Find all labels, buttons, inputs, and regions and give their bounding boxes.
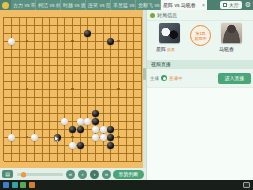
board-point-q14[interactable] xyxy=(122,117,130,125)
board-point-a16[interactable] xyxy=(0,133,8,141)
board-point-f16[interactable] xyxy=(38,133,46,141)
board-point-d16[interactable] xyxy=(23,133,31,141)
board-point-k15[interactable] xyxy=(76,125,84,133)
board-point-c1[interactable] xyxy=(15,13,23,21)
board-point-e15[interactable] xyxy=(31,125,39,133)
board-point-r8[interactable] xyxy=(130,69,138,77)
board-point-j4[interactable] xyxy=(69,37,77,45)
board-point-g10[interactable] xyxy=(46,85,54,93)
board-point-k5[interactable] xyxy=(76,45,84,53)
board-point-g14[interactable] xyxy=(46,117,54,125)
board-point-f11[interactable] xyxy=(38,93,46,101)
board-point-f7[interactable] xyxy=(38,61,46,69)
board-point-j6[interactable] xyxy=(69,53,77,61)
tab-close-icon[interactable]: × xyxy=(131,0,134,10)
board-point-b15[interactable] xyxy=(8,125,16,133)
board-point-l8[interactable] xyxy=(84,69,92,77)
board-point-o8[interactable] xyxy=(107,69,115,77)
board-point-b5[interactable] xyxy=(8,45,16,53)
board-point-p14[interactable] xyxy=(115,117,123,125)
board-point-l18[interactable] xyxy=(84,149,92,157)
board-point-b13[interactable] xyxy=(8,109,16,117)
board-point-q1[interactable] xyxy=(122,13,130,21)
board-point-r19[interactable] xyxy=(130,157,138,165)
board-point-i12[interactable] xyxy=(61,101,69,109)
board-point-i1[interactable] xyxy=(61,13,69,21)
board-point-r12[interactable] xyxy=(130,101,138,109)
board-point-h12[interactable] xyxy=(53,101,61,109)
board-point-j13[interactable] xyxy=(69,109,77,117)
board-point-k7[interactable] xyxy=(76,61,84,69)
board-point-l17[interactable] xyxy=(84,141,92,149)
board-point-f5[interactable] xyxy=(38,45,46,53)
board-point-q5[interactable] xyxy=(122,45,130,53)
board-point-e19[interactable] xyxy=(31,157,39,165)
tab-close-icon[interactable]: × xyxy=(31,0,34,10)
board-point-k3[interactable] xyxy=(76,29,84,37)
board-point-n7[interactable] xyxy=(99,61,107,69)
board-point-l4[interactable] xyxy=(84,37,92,45)
board-point-b9[interactable] xyxy=(8,77,16,85)
next-move-button[interactable]: › xyxy=(90,170,99,179)
board-point-k16[interactable] xyxy=(76,133,84,141)
board-point-c6[interactable] xyxy=(15,53,23,61)
board-point-b19[interactable] xyxy=(8,157,16,165)
board-point-m19[interactable] xyxy=(92,157,100,165)
game-tab-5[interactable]: 党毅飞 vs 杨鼎新× xyxy=(136,0,161,10)
board-point-i11[interactable] xyxy=(61,93,69,101)
board-point-i9[interactable] xyxy=(61,77,69,85)
board-point-i4[interactable] xyxy=(61,37,69,45)
board-point-k4[interactable] xyxy=(76,37,84,45)
board-point-a15[interactable] xyxy=(0,125,8,133)
board-point-l14[interactable] xyxy=(84,117,92,125)
board-point-h4[interactable] xyxy=(53,37,61,45)
board-point-i16[interactable] xyxy=(61,133,69,141)
white-player-avatar[interactable] xyxy=(221,23,242,43)
board-point-e12[interactable] xyxy=(31,101,39,109)
board-point-m4[interactable] xyxy=(92,37,100,45)
board-point-d2[interactable] xyxy=(23,21,31,29)
board-point-k19[interactable] xyxy=(76,157,84,165)
board-point-g13[interactable] xyxy=(46,109,54,117)
black-player-avatar[interactable] xyxy=(159,23,180,43)
board-point-a9[interactable] xyxy=(0,77,8,85)
board-point-a14[interactable] xyxy=(0,117,8,125)
board-point-p8[interactable] xyxy=(115,69,123,77)
board-point-m6[interactable] xyxy=(92,53,100,61)
board-point-h14[interactable] xyxy=(53,117,61,125)
board-point-q19[interactable] xyxy=(122,157,130,165)
board-point-c5[interactable] xyxy=(15,45,23,53)
board-point-d13[interactable] xyxy=(23,109,31,117)
board-point-h3[interactable] xyxy=(53,29,61,37)
board-point-d17[interactable] xyxy=(23,141,31,149)
board-point-q15[interactable] xyxy=(122,125,130,133)
board-point-k9[interactable] xyxy=(76,77,84,85)
board-point-q16[interactable] xyxy=(122,133,130,141)
game-tab-2[interactable]: 时越 vs 唐韦星× xyxy=(61,0,86,10)
board-point-a10[interactable] xyxy=(0,85,8,93)
board-point-j9[interactable] xyxy=(69,77,77,85)
board-point-p15[interactable] xyxy=(115,125,123,133)
board-point-l6[interactable] xyxy=(84,53,92,61)
board-point-o13[interactable] xyxy=(107,109,115,117)
board-point-c3[interactable] xyxy=(15,29,23,37)
board-point-h1[interactable] xyxy=(53,13,61,21)
board-point-r5[interactable] xyxy=(130,45,138,53)
board-point-b14[interactable] xyxy=(8,117,16,125)
board-point-f17[interactable] xyxy=(38,141,46,149)
board-point-d6[interactable] xyxy=(23,53,31,61)
board-point-r3[interactable] xyxy=(130,29,138,37)
board-point-i14[interactable] xyxy=(61,117,69,125)
previous-move-button[interactable]: ‹ xyxy=(78,170,87,179)
board-point-o17[interactable] xyxy=(107,141,115,149)
board-point-r10[interactable] xyxy=(130,85,138,93)
board-point-g1[interactable] xyxy=(46,13,54,21)
board-point-h16[interactable] xyxy=(53,133,61,141)
game-record-button[interactable]: ▤ xyxy=(2,170,13,178)
board-point-q4[interactable] xyxy=(122,37,130,45)
board-point-c12[interactable] xyxy=(15,101,23,109)
board-point-c11[interactable] xyxy=(15,93,23,101)
board-point-q18[interactable] xyxy=(122,149,130,157)
board-point-j18[interactable] xyxy=(69,149,77,157)
board-point-m16[interactable] xyxy=(92,133,100,141)
board-point-r4[interactable] xyxy=(130,37,138,45)
board-point-m18[interactable] xyxy=(92,149,100,157)
board-point-c18[interactable] xyxy=(15,149,23,157)
board-point-d11[interactable] xyxy=(23,93,31,101)
board-point-l10[interactable] xyxy=(84,85,92,93)
board-point-f18[interactable] xyxy=(38,149,46,157)
board-point-g12[interactable] xyxy=(46,101,54,109)
board-point-c8[interactable] xyxy=(15,69,23,77)
tab-close-icon[interactable]: × xyxy=(106,0,109,10)
board-point-d7[interactable] xyxy=(23,61,31,69)
board-point-l2[interactable] xyxy=(84,21,92,29)
board-point-r2[interactable] xyxy=(130,21,138,29)
board-point-m12[interactable] xyxy=(92,101,100,109)
board-point-i5[interactable] xyxy=(61,45,69,53)
taskbar-app-orange-icon[interactable] xyxy=(29,182,35,188)
board-point-h13[interactable] xyxy=(53,109,61,117)
board-point-p13[interactable] xyxy=(115,109,123,117)
board-point-g16[interactable] xyxy=(46,133,54,141)
game-tab-4[interactable]: 芈昱廷 vs 周睿羊× xyxy=(111,0,136,10)
board-point-h19[interactable] xyxy=(53,157,61,165)
analysis-button[interactable]: 形势判断 xyxy=(113,170,144,179)
board-point-g4[interactable] xyxy=(46,37,54,45)
board-point-m8[interactable] xyxy=(92,69,100,77)
board-point-i2[interactable] xyxy=(61,21,69,29)
board-point-q17[interactable] xyxy=(122,141,130,149)
board-point-l3[interactable] xyxy=(84,29,92,37)
board-point-j19[interactable] xyxy=(69,157,77,165)
board-point-n14[interactable] xyxy=(99,117,107,125)
board-point-k11[interactable] xyxy=(76,93,84,101)
board-point-m7[interactable] xyxy=(92,61,100,69)
board-point-d4[interactable] xyxy=(23,37,31,45)
board-point-h2[interactable] xyxy=(53,21,61,29)
move-slider[interactable] xyxy=(17,173,63,176)
board-point-b17[interactable] xyxy=(8,141,16,149)
board-point-g15[interactable] xyxy=(46,125,54,133)
board-point-n4[interactable] xyxy=(99,37,107,45)
board-point-o2[interactable] xyxy=(107,21,115,29)
board-point-m10[interactable] xyxy=(92,85,100,93)
board-point-p18[interactable] xyxy=(115,149,123,157)
board-point-n8[interactable] xyxy=(99,69,107,77)
board-point-g19[interactable] xyxy=(46,157,54,165)
board-point-h6[interactable] xyxy=(53,53,61,61)
board-point-o11[interactable] xyxy=(107,93,115,101)
board-point-n10[interactable] xyxy=(99,85,107,93)
board-point-r14[interactable] xyxy=(130,117,138,125)
board-point-b10[interactable] xyxy=(8,85,16,93)
board-point-f10[interactable] xyxy=(38,85,46,93)
board-point-n2[interactable] xyxy=(99,21,107,29)
board-point-f12[interactable] xyxy=(38,101,46,109)
board-point-o4[interactable] xyxy=(107,37,115,45)
board-point-e6[interactable] xyxy=(31,53,39,61)
board-point-q11[interactable] xyxy=(122,93,130,101)
board-point-a8[interactable] xyxy=(0,69,8,77)
board-point-o19[interactable] xyxy=(107,157,115,165)
settings-gear-icon[interactable]: ⚙ xyxy=(245,1,251,9)
board-point-r11[interactable] xyxy=(130,93,138,101)
board-point-b8[interactable] xyxy=(8,69,16,77)
board-point-h8[interactable] xyxy=(53,69,61,77)
board-point-k14[interactable] xyxy=(76,117,84,125)
board-point-j7[interactable] xyxy=(69,61,77,69)
board-point-g5[interactable] xyxy=(46,45,54,53)
board-point-p16[interactable] xyxy=(115,133,123,141)
board-point-h10[interactable] xyxy=(53,85,61,93)
board-point-m14[interactable] xyxy=(92,117,100,125)
board-point-n17[interactable] xyxy=(99,141,107,149)
board-point-b18[interactable] xyxy=(8,149,16,157)
board-point-n6[interactable] xyxy=(99,53,107,61)
board-point-f14[interactable] xyxy=(38,117,46,125)
fast-forward-button[interactable]: » xyxy=(102,170,111,179)
board-point-c10[interactable] xyxy=(15,85,23,93)
board-point-h11[interactable] xyxy=(53,93,61,101)
board-point-d12[interactable] xyxy=(23,101,31,109)
board-point-o5[interactable] xyxy=(107,45,115,53)
enter-broadcast-button[interactable]: 进入直播 xyxy=(218,73,251,84)
move-slider-knob[interactable] xyxy=(21,172,27,178)
taskbar-app-teal-icon[interactable] xyxy=(12,182,18,188)
board-point-e5[interactable] xyxy=(31,45,39,53)
board-point-e8[interactable] xyxy=(31,69,39,77)
board-point-r13[interactable] xyxy=(130,109,138,117)
board-point-n13[interactable] xyxy=(99,109,107,117)
board-point-r7[interactable] xyxy=(130,61,138,69)
board-point-j14[interactable] xyxy=(69,117,77,125)
board-point-b3[interactable] xyxy=(8,29,16,37)
board-point-c13[interactable] xyxy=(15,109,23,117)
board-point-p19[interactable] xyxy=(115,157,123,165)
board-point-j11[interactable] xyxy=(69,93,77,101)
board-point-b1[interactable] xyxy=(8,13,16,21)
tab-close-icon[interactable]: × xyxy=(56,0,59,10)
board-point-k10[interactable] xyxy=(76,85,84,93)
board-point-r1[interactable] xyxy=(130,13,138,21)
board-point-n11[interactable] xyxy=(99,93,107,101)
board-point-f3[interactable] xyxy=(38,29,46,37)
board-point-d14[interactable] xyxy=(23,117,31,125)
board-point-i3[interactable] xyxy=(61,29,69,37)
board-point-c17[interactable] xyxy=(15,141,23,149)
game-tab-6[interactable]: 星阵 vs 马晓春× xyxy=(161,0,207,10)
board-point-e4[interactable] xyxy=(31,37,39,45)
board-point-b12[interactable] xyxy=(8,101,16,109)
board-point-d3[interactable] xyxy=(23,29,31,37)
board-point-p6[interactable] xyxy=(115,53,123,61)
board-point-k17[interactable] xyxy=(76,141,84,149)
board-point-j16[interactable] xyxy=(69,133,77,141)
board-point-e3[interactable] xyxy=(31,29,39,37)
board-point-j5[interactable] xyxy=(69,45,77,53)
game-tab-3[interactable]: 连笑 vs 范廷钰× xyxy=(86,0,111,10)
board-point-h9[interactable] xyxy=(53,77,61,85)
board-point-e10[interactable] xyxy=(31,85,39,93)
board-point-f9[interactable] xyxy=(38,77,46,85)
board-point-j10[interactable] xyxy=(69,85,77,93)
board-point-k13[interactable] xyxy=(76,109,84,117)
board-point-c4[interactable] xyxy=(15,37,23,45)
board-point-n5[interactable] xyxy=(99,45,107,53)
board-point-d5[interactable] xyxy=(23,45,31,53)
board-point-l16[interactable] xyxy=(84,133,92,141)
board-point-i8[interactable] xyxy=(61,69,69,77)
board-point-l5[interactable] xyxy=(84,45,92,53)
board-point-f19[interactable] xyxy=(38,157,46,165)
board-point-o1[interactable] xyxy=(107,13,115,21)
board-point-r15[interactable] xyxy=(130,125,138,133)
board-point-e11[interactable] xyxy=(31,93,39,101)
board-point-a18[interactable] xyxy=(0,149,8,157)
board-point-n18[interactable] xyxy=(99,149,107,157)
board-point-k8[interactable] xyxy=(76,69,84,77)
board-point-e13[interactable] xyxy=(31,109,39,117)
board-point-e18[interactable] xyxy=(31,149,39,157)
board-point-o7[interactable] xyxy=(107,61,115,69)
board-point-f2[interactable] xyxy=(38,21,46,29)
board-point-b4[interactable] xyxy=(8,37,16,45)
board-point-a6[interactable] xyxy=(0,53,8,61)
board-point-l13[interactable] xyxy=(84,109,92,117)
board-point-i6[interactable] xyxy=(61,53,69,61)
board-point-e16[interactable] xyxy=(31,133,39,141)
board-point-j15[interactable] xyxy=(69,125,77,133)
board-point-o15[interactable] xyxy=(107,125,115,133)
board-point-i17[interactable] xyxy=(61,141,69,149)
board-point-a5[interactable] xyxy=(0,45,8,53)
board-point-e7[interactable] xyxy=(31,61,39,69)
board-point-d10[interactable] xyxy=(23,85,31,93)
board-point-p17[interactable] xyxy=(115,141,123,149)
board-point-a2[interactable] xyxy=(0,21,8,29)
board-point-a11[interactable] xyxy=(0,93,8,101)
board-point-q3[interactable] xyxy=(122,29,130,37)
board-point-o10[interactable] xyxy=(107,85,115,93)
lobby-button[interactable]: 大厅 xyxy=(220,1,242,9)
board-point-h15[interactable] xyxy=(53,125,61,133)
board-point-k2[interactable] xyxy=(76,21,84,29)
board-point-r18[interactable] xyxy=(130,149,138,157)
board-point-p5[interactable] xyxy=(115,45,123,53)
board-point-n1[interactable] xyxy=(99,13,107,21)
board-point-p12[interactable] xyxy=(115,101,123,109)
board-point-a4[interactable] xyxy=(0,37,8,45)
board-point-o12[interactable] xyxy=(107,101,115,109)
board-point-d1[interactable] xyxy=(23,13,31,21)
board-point-p2[interactable] xyxy=(115,21,123,29)
board-point-d15[interactable] xyxy=(23,125,31,133)
board-point-n3[interactable] xyxy=(99,29,107,37)
board-point-m15[interactable] xyxy=(92,125,100,133)
board-point-n9[interactable] xyxy=(99,77,107,85)
board-point-q6[interactable] xyxy=(122,53,130,61)
board-point-a13[interactable] xyxy=(0,109,8,117)
board-point-a7[interactable] xyxy=(0,61,8,69)
board-point-j2[interactable] xyxy=(69,21,77,29)
board-point-a19[interactable] xyxy=(0,157,8,165)
board-point-q9[interactable] xyxy=(122,77,130,85)
board-point-b11[interactable] xyxy=(8,93,16,101)
board-point-i13[interactable] xyxy=(61,109,69,117)
board-point-l19[interactable] xyxy=(84,157,92,165)
board-point-o14[interactable] xyxy=(107,117,115,125)
board-point-g17[interactable] xyxy=(46,141,54,149)
board-point-c2[interactable] xyxy=(15,21,23,29)
board-point-h5[interactable] xyxy=(53,45,61,53)
board-point-l7[interactable] xyxy=(84,61,92,69)
board-point-d9[interactable] xyxy=(23,77,31,85)
board-point-f15[interactable] xyxy=(38,125,46,133)
board-point-g18[interactable] xyxy=(46,149,54,157)
board-point-m5[interactable] xyxy=(92,45,100,53)
board-point-i15[interactable] xyxy=(61,125,69,133)
board-point-c9[interactable] xyxy=(15,77,23,85)
board-point-l12[interactable] xyxy=(84,101,92,109)
board-point-f6[interactable] xyxy=(38,53,46,61)
go-board[interactable] xyxy=(0,10,146,168)
board-point-o16[interactable] xyxy=(107,133,115,141)
board-point-i7[interactable] xyxy=(61,61,69,69)
board-point-n15[interactable] xyxy=(99,125,107,133)
board-point-r16[interactable] xyxy=(130,133,138,141)
board-point-n16[interactable] xyxy=(99,133,107,141)
board-point-o6[interactable] xyxy=(107,53,115,61)
board-point-m2[interactable] xyxy=(92,21,100,29)
board-point-q7[interactable] xyxy=(122,61,130,69)
board-point-i18[interactable] xyxy=(61,149,69,157)
board-point-b7[interactable] xyxy=(8,61,16,69)
board-point-c16[interactable] xyxy=(15,133,23,141)
board-point-p4[interactable] xyxy=(115,37,123,45)
tab-close-icon[interactable]: × xyxy=(81,0,84,10)
board-point-q2[interactable] xyxy=(122,21,130,29)
board-point-n12[interactable] xyxy=(99,101,107,109)
board-point-g6[interactable] xyxy=(46,53,54,61)
board-point-e17[interactable] xyxy=(31,141,39,149)
board-point-g3[interactable] xyxy=(46,29,54,37)
board-point-f4[interactable] xyxy=(38,37,46,45)
